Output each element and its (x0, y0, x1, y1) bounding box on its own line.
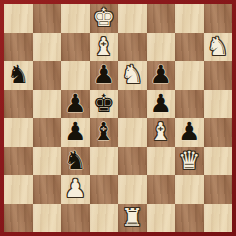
square-g6[interactable] (175, 61, 204, 90)
square-f3[interactable] (147, 147, 176, 176)
square-c6[interactable] (61, 61, 90, 90)
square-b8[interactable] (33, 4, 62, 33)
square-g2[interactable] (175, 175, 204, 204)
piece-white-king[interactable]: ♚ (93, 4, 115, 32)
square-d1[interactable] (90, 204, 119, 233)
piece-white-rook[interactable]: ♜ (121, 204, 143, 232)
square-e6[interactable]: ♞ (118, 61, 147, 90)
square-f2[interactable] (147, 175, 176, 204)
square-f7[interactable] (147, 33, 176, 62)
square-a8[interactable] (4, 4, 33, 33)
square-g8[interactable] (175, 4, 204, 33)
piece-black-bishop[interactable]: ♝ (93, 118, 115, 146)
piece-black-king[interactable]: ♚ (93, 90, 115, 118)
piece-white-knight[interactable]: ♞ (121, 61, 143, 89)
square-d7[interactable]: ♝ (90, 33, 119, 62)
square-a6[interactable]: ♞ (4, 61, 33, 90)
piece-black-knight[interactable]: ♞ (7, 61, 29, 89)
piece-white-queen[interactable]: ♛ (178, 147, 200, 175)
square-f6[interactable]: ♟ (147, 61, 176, 90)
square-h8[interactable] (204, 4, 233, 33)
square-d5[interactable]: ♚ (90, 90, 119, 119)
square-a4[interactable] (4, 118, 33, 147)
square-c2[interactable]: ♟ (61, 175, 90, 204)
square-g3[interactable]: ♛ (175, 147, 204, 176)
square-e3[interactable] (118, 147, 147, 176)
square-h5[interactable] (204, 90, 233, 119)
square-b5[interactable] (33, 90, 62, 119)
piece-white-knight[interactable]: ♞ (207, 33, 229, 61)
square-b3[interactable] (33, 147, 62, 176)
square-b1[interactable] (33, 204, 62, 233)
square-d8[interactable]: ♚ (90, 4, 119, 33)
piece-black-pawn[interactable]: ♟ (150, 90, 172, 118)
square-f4[interactable]: ♝ (147, 118, 176, 147)
square-h4[interactable] (204, 118, 233, 147)
square-b6[interactable] (33, 61, 62, 90)
square-c1[interactable] (61, 204, 90, 233)
square-e2[interactable] (118, 175, 147, 204)
piece-black-pawn[interactable]: ♟ (64, 90, 86, 118)
piece-black-pawn[interactable]: ♟ (150, 61, 172, 89)
square-f1[interactable] (147, 204, 176, 233)
square-e5[interactable] (118, 90, 147, 119)
square-g5[interactable] (175, 90, 204, 119)
square-c8[interactable] (61, 4, 90, 33)
square-c7[interactable] (61, 33, 90, 62)
piece-black-pawn[interactable]: ♟ (93, 61, 115, 89)
square-a2[interactable] (4, 175, 33, 204)
piece-white-bishop[interactable]: ♝ (150, 118, 172, 146)
square-d2[interactable] (90, 175, 119, 204)
square-d3[interactable] (90, 147, 119, 176)
square-f8[interactable] (147, 4, 176, 33)
square-b2[interactable] (33, 175, 62, 204)
square-h1[interactable] (204, 204, 233, 233)
board-frame: ♚♝♞♞♟♞♟♟♚♟♟♝♝♟♞♛♟♜ (0, 0, 236, 236)
square-a5[interactable] (4, 90, 33, 119)
square-g1[interactable] (175, 204, 204, 233)
square-b7[interactable] (33, 33, 62, 62)
square-h6[interactable] (204, 61, 233, 90)
square-a3[interactable] (4, 147, 33, 176)
square-h2[interactable] (204, 175, 233, 204)
square-e7[interactable] (118, 33, 147, 62)
square-e8[interactable] (118, 4, 147, 33)
piece-white-bishop[interactable]: ♝ (93, 33, 115, 61)
square-e1[interactable]: ♜ (118, 204, 147, 233)
square-g7[interactable] (175, 33, 204, 62)
square-h3[interactable] (204, 147, 233, 176)
chess-board: ♚♝♞♞♟♞♟♟♚♟♟♝♝♟♞♛♟♜ (4, 4, 232, 232)
piece-black-knight[interactable]: ♞ (64, 147, 86, 175)
square-d4[interactable]: ♝ (90, 118, 119, 147)
square-c3[interactable]: ♞ (61, 147, 90, 176)
square-b4[interactable] (33, 118, 62, 147)
piece-white-pawn[interactable]: ♟ (64, 175, 86, 203)
square-c4[interactable]: ♟ (61, 118, 90, 147)
square-d6[interactable]: ♟ (90, 61, 119, 90)
piece-black-pawn[interactable]: ♟ (64, 118, 86, 146)
square-a1[interactable] (4, 204, 33, 233)
square-h7[interactable]: ♞ (204, 33, 233, 62)
square-a7[interactable] (4, 33, 33, 62)
square-e4[interactable] (118, 118, 147, 147)
square-f5[interactable]: ♟ (147, 90, 176, 119)
square-g4[interactable]: ♟ (175, 118, 204, 147)
square-c5[interactable]: ♟ (61, 90, 90, 119)
piece-black-pawn[interactable]: ♟ (178, 118, 200, 146)
